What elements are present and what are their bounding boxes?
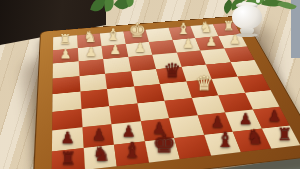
square-c8: ♝ bbox=[204, 131, 241, 155]
vase-body bbox=[232, 5, 262, 29]
vase-base bbox=[236, 33, 258, 37]
square-h2: ♟ bbox=[53, 48, 78, 64]
piece-white-pawn-f2: ♟ bbox=[103, 43, 128, 56]
piece-white-rook-h1: ♜ bbox=[53, 33, 77, 47]
piece-white-king-e1: ♚ bbox=[125, 21, 149, 41]
square-g3 bbox=[78, 59, 105, 76]
square-c5: ♛ bbox=[186, 79, 218, 98]
square-e5 bbox=[134, 84, 165, 103]
square-e2: ♟ bbox=[125, 42, 152, 57]
piece-white-pawn-g2: ♟ bbox=[78, 45, 103, 58]
piece-red-rook-a8: ♜ bbox=[269, 126, 300, 143]
plant-leaf-icon bbox=[277, 0, 296, 12]
piece-red-pawn-h7: ♟ bbox=[52, 130, 83, 146]
piece-white-bishop-f1: ♝ bbox=[101, 27, 125, 43]
piece-red-bishop-f8: ♝ bbox=[116, 139, 148, 161]
piece-red-knight-g8: ♞ bbox=[84, 144, 116, 164]
square-f4 bbox=[105, 71, 134, 89]
piece-red-king-e8: ♚ bbox=[148, 131, 179, 157]
square-f8: ♝ bbox=[114, 141, 149, 166]
square-g4 bbox=[79, 74, 107, 92]
square-f3 bbox=[103, 57, 130, 74]
piece-red-pawn-g7: ♟ bbox=[83, 127, 113, 143]
hanging-plant-leaves bbox=[90, 0, 136, 16]
piece-white-knight-g1: ♞ bbox=[77, 30, 101, 45]
piece-white-pawn-e2: ♟ bbox=[127, 41, 151, 54]
piece-red-pawn-a7: ♟ bbox=[259, 108, 288, 123]
piece-white-pawn-c2: ♟ bbox=[176, 37, 200, 50]
square-h8: ♜ bbox=[52, 148, 85, 169]
piece-white-queen-c5: ♛ bbox=[190, 73, 217, 93]
square-h3 bbox=[53, 61, 79, 78]
piece-red-queen-d4: ♛ bbox=[159, 60, 185, 80]
vase-with-plant bbox=[212, 0, 300, 40]
square-e8: ♚ bbox=[144, 138, 179, 163]
piece-red-bishop-c8: ♝ bbox=[209, 129, 240, 150]
piece-red-rook-h8: ♜ bbox=[52, 150, 84, 168]
square-e3 bbox=[128, 55, 156, 71]
leaf-icon bbox=[103, 0, 115, 12]
square-g8: ♞ bbox=[83, 144, 117, 169]
piece-red-knight-b8: ♞ bbox=[239, 127, 270, 147]
piece-white-pawn-h2: ♟ bbox=[53, 47, 78, 60]
piece-white-bishop-c1: ♝ bbox=[171, 21, 194, 37]
